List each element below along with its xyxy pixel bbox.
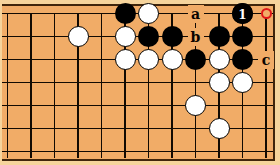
white-stone: [68, 26, 89, 47]
white-stone: [115, 26, 136, 47]
grid-vline: [265, 13, 267, 159]
red-circle-marker: [261, 8, 272, 19]
grid-hline: [2, 151, 273, 153]
white-stone: [138, 3, 159, 24]
go-board: 1 abc: [2, 6, 273, 159]
white-stone: [185, 95, 206, 116]
point-label-b[interactable]: b: [188, 28, 204, 46]
white-stone: [162, 49, 183, 70]
black-stone: [232, 49, 253, 70]
grid-vline: [54, 13, 56, 159]
grid-hline: [2, 128, 273, 130]
move-number-label: 1: [238, 8, 246, 22]
white-stone: [209, 118, 230, 139]
black-stone: [185, 49, 206, 70]
black-stone: [138, 26, 159, 47]
white-stone: [115, 49, 136, 70]
black-stone-move-1: 1: [232, 3, 253, 24]
grid-vline: [101, 13, 103, 159]
go-board-diagram[interactable]: 1 abc: [0, 0, 280, 165]
white-stone: [209, 49, 230, 70]
black-stone: [209, 26, 230, 47]
black-stone: [232, 26, 253, 47]
grid-vline: [7, 13, 9, 159]
point-label-a[interactable]: a: [188, 5, 204, 23]
grid-hline: [2, 105, 273, 107]
white-stone: [138, 49, 159, 70]
point-label-c[interactable]: c: [258, 51, 274, 69]
white-stone: [232, 72, 253, 93]
black-stone: [115, 3, 136, 24]
white-stone: [209, 72, 230, 93]
grid-vline: [30, 13, 32, 159]
black-stone: [162, 26, 183, 47]
